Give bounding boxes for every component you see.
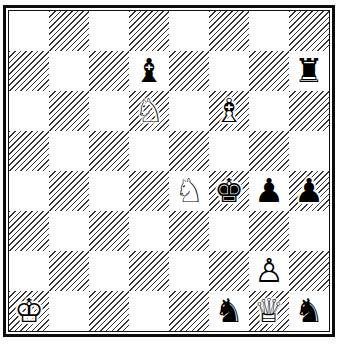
square-g3[interactable]	[249, 211, 289, 251]
black-pawn[interactable]: ♟	[289, 171, 329, 211]
square-a4[interactable]	[9, 171, 49, 211]
square-b1[interactable]	[49, 291, 89, 331]
square-f8[interactable]	[209, 11, 249, 51]
white-queen[interactable]: ♕	[249, 291, 289, 331]
square-h2[interactable]	[289, 251, 329, 291]
square-e5[interactable]	[169, 131, 209, 171]
square-c8[interactable]	[89, 11, 129, 51]
square-d1[interactable]	[129, 291, 169, 331]
square-g8[interactable]	[249, 11, 289, 51]
square-a2[interactable]	[9, 251, 49, 291]
square-b5[interactable]	[49, 131, 89, 171]
black-knight[interactable]: ♞	[289, 291, 329, 331]
square-b8[interactable]	[49, 11, 89, 51]
square-g7[interactable]	[249, 51, 289, 91]
square-b4[interactable]	[49, 171, 89, 211]
board-inner-border: ♝♜♘♗♘♚♟♟♙♔♞♕♞	[8, 10, 330, 332]
square-f2[interactable]	[209, 251, 249, 291]
white-bishop[interactable]: ♗	[209, 91, 249, 131]
square-g1[interactable]: ♕	[249, 291, 289, 331]
square-a5[interactable]	[9, 131, 49, 171]
black-king[interactable]: ♚	[209, 171, 249, 211]
white-pawn[interactable]: ♙	[249, 251, 289, 291]
square-e4[interactable]: ♘	[169, 171, 209, 211]
square-e6[interactable]	[169, 91, 209, 131]
square-d4[interactable]	[129, 171, 169, 211]
square-h5[interactable]	[289, 131, 329, 171]
square-h1[interactable]: ♞	[289, 291, 329, 331]
square-b7[interactable]	[49, 51, 89, 91]
square-g6[interactable]	[249, 91, 289, 131]
square-f4[interactable]: ♚	[209, 171, 249, 211]
square-a8[interactable]	[9, 11, 49, 51]
square-c3[interactable]	[89, 211, 129, 251]
square-f3[interactable]	[209, 211, 249, 251]
white-knight[interactable]: ♘	[129, 91, 169, 131]
square-b6[interactable]	[49, 91, 89, 131]
square-c2[interactable]	[89, 251, 129, 291]
black-knight[interactable]: ♞	[209, 291, 249, 331]
square-a7[interactable]	[9, 51, 49, 91]
square-e3[interactable]	[169, 211, 209, 251]
square-d7[interactable]: ♝	[129, 51, 169, 91]
square-c1[interactable]	[89, 291, 129, 331]
square-a1[interactable]: ♔	[9, 291, 49, 331]
square-h3[interactable]	[289, 211, 329, 251]
square-f7[interactable]	[209, 51, 249, 91]
square-c4[interactable]	[89, 171, 129, 211]
square-e8[interactable]	[169, 11, 209, 51]
square-g2[interactable]: ♙	[249, 251, 289, 291]
square-e2[interactable]	[169, 251, 209, 291]
square-e7[interactable]	[169, 51, 209, 91]
square-d2[interactable]	[129, 251, 169, 291]
square-h4[interactable]: ♟	[289, 171, 329, 211]
square-c7[interactable]	[89, 51, 129, 91]
square-a3[interactable]	[9, 211, 49, 251]
square-h7[interactable]: ♜	[289, 51, 329, 91]
black-pawn[interactable]: ♟	[249, 171, 289, 211]
black-bishop[interactable]: ♝	[129, 51, 169, 91]
square-d6[interactable]: ♘	[129, 91, 169, 131]
square-a6[interactable]	[9, 91, 49, 131]
square-g4[interactable]: ♟	[249, 171, 289, 211]
square-b3[interactable]	[49, 211, 89, 251]
square-h8[interactable]	[289, 11, 329, 51]
board-frame: ♝♜♘♗♘♚♟♟♙♔♞♕♞	[3, 5, 335, 337]
square-c5[interactable]	[89, 131, 129, 171]
square-d3[interactable]	[129, 211, 169, 251]
square-b2[interactable]	[49, 251, 89, 291]
square-f5[interactable]	[209, 131, 249, 171]
square-c6[interactable]	[89, 91, 129, 131]
square-g5[interactable]	[249, 131, 289, 171]
square-f6[interactable]: ♗	[209, 91, 249, 131]
square-d8[interactable]	[129, 11, 169, 51]
square-d5[interactable]	[129, 131, 169, 171]
white-knight[interactable]: ♘	[169, 171, 209, 211]
chess-board: ♝♜♘♗♘♚♟♟♙♔♞♕♞	[9, 11, 329, 331]
black-rook[interactable]: ♜	[289, 51, 329, 91]
white-king[interactable]: ♔	[9, 291, 49, 331]
square-e1[interactable]	[169, 291, 209, 331]
square-h6[interactable]	[289, 91, 329, 131]
square-f1[interactable]: ♞	[209, 291, 249, 331]
